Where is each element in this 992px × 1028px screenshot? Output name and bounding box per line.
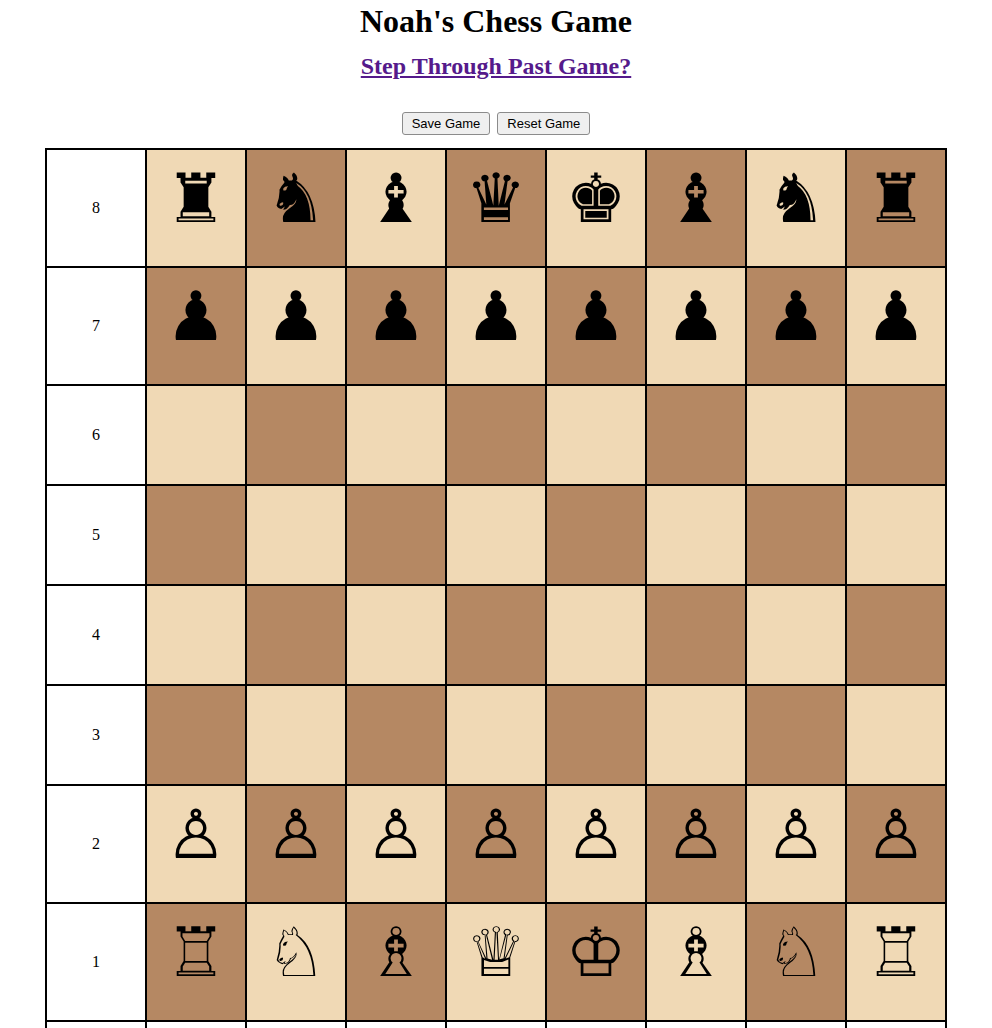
- square-b5[interactable]: [246, 485, 346, 585]
- piece-white-pawn[interactable]: ♙: [866, 795, 927, 874]
- square-d4[interactable]: [446, 585, 546, 685]
- square-c2[interactable]: ♙: [346, 785, 446, 903]
- square-g2[interactable]: ♙: [746, 785, 846, 903]
- piece-white-pawn[interactable]: ♙: [666, 795, 727, 874]
- square-c1[interactable]: ♗: [346, 903, 446, 1021]
- square-a2[interactable]: ♙: [146, 785, 246, 903]
- square-g1[interactable]: ♘: [746, 903, 846, 1021]
- piece-black-queen[interactable]: ♛: [466, 159, 527, 238]
- step-through-past-game-link[interactable]: Step Through Past Game?: [361, 53, 631, 79]
- square-h4[interactable]: [846, 585, 946, 685]
- page-header: Noah's Chess Game Step Through Past Game…: [0, 0, 992, 135]
- piece-black-pawn[interactable]: ♟: [266, 277, 327, 356]
- game-controls: Save Game Reset Game: [0, 112, 992, 135]
- square-e7[interactable]: ♟: [546, 267, 646, 385]
- square-d1[interactable]: ♕: [446, 903, 546, 1021]
- piece-white-king[interactable]: ♔: [566, 913, 627, 992]
- square-a5[interactable]: [146, 485, 246, 585]
- chess-board: 8♜♞♝♛♚♝♞♜7♟♟♟♟♟♟♟♟65432♙♙♙♙♙♙♙♙1♖♘♗♕♔♗♘♖…: [45, 148, 947, 1028]
- square-a8[interactable]: ♜: [146, 149, 246, 267]
- piece-white-knight[interactable]: ♘: [766, 913, 827, 992]
- piece-black-pawn[interactable]: ♟: [466, 277, 527, 356]
- piece-black-pawn[interactable]: ♟: [166, 277, 227, 356]
- square-b1[interactable]: ♘: [246, 903, 346, 1021]
- square-f6[interactable]: [646, 385, 746, 485]
- square-b7[interactable]: ♟: [246, 267, 346, 385]
- square-f5[interactable]: [646, 485, 746, 585]
- corner-cell: [46, 1021, 146, 1028]
- board-row-6: 6: [46, 385, 946, 485]
- square-d2[interactable]: ♙: [446, 785, 546, 903]
- piece-white-pawn[interactable]: ♙: [366, 795, 427, 874]
- rank-label-3: 3: [46, 685, 146, 785]
- square-b3[interactable]: [246, 685, 346, 785]
- piece-white-knight[interactable]: ♘: [266, 913, 327, 992]
- square-c3[interactable]: [346, 685, 446, 785]
- square-c5[interactable]: [346, 485, 446, 585]
- rank-label-1: 1: [46, 903, 146, 1021]
- piece-white-bishop[interactable]: ♗: [366, 913, 427, 992]
- file-label-b: B: [246, 1021, 346, 1028]
- piece-black-bishop[interactable]: ♝: [666, 159, 727, 238]
- piece-black-pawn[interactable]: ♟: [566, 277, 627, 356]
- square-c6[interactable]: [346, 385, 446, 485]
- rank-label-6: 6: [46, 385, 146, 485]
- reset-game-button[interactable]: Reset Game: [497, 112, 590, 135]
- square-e5[interactable]: [546, 485, 646, 585]
- rank-label-7: 7: [46, 267, 146, 385]
- file-label-h: H: [846, 1021, 946, 1028]
- square-e8[interactable]: ♚: [546, 149, 646, 267]
- square-c7[interactable]: ♟: [346, 267, 446, 385]
- piece-white-pawn[interactable]: ♙: [166, 795, 227, 874]
- square-e2[interactable]: ♙: [546, 785, 646, 903]
- save-game-button[interactable]: Save Game: [402, 112, 491, 135]
- file-label-g: G: [746, 1021, 846, 1028]
- piece-black-pawn[interactable]: ♟: [866, 277, 927, 356]
- piece-black-knight[interactable]: ♞: [766, 159, 827, 238]
- square-g7[interactable]: ♟: [746, 267, 846, 385]
- square-f8[interactable]: ♝: [646, 149, 746, 267]
- square-d7[interactable]: ♟: [446, 267, 546, 385]
- square-g5[interactable]: [746, 485, 846, 585]
- piece-white-queen[interactable]: ♕: [466, 913, 527, 992]
- square-g6[interactable]: [746, 385, 846, 485]
- square-a4[interactable]: [146, 585, 246, 685]
- piece-white-pawn[interactable]: ♙: [566, 795, 627, 874]
- piece-white-pawn[interactable]: ♙: [466, 795, 527, 874]
- square-f3[interactable]: [646, 685, 746, 785]
- square-g3[interactable]: [746, 685, 846, 785]
- square-h7[interactable]: ♟: [846, 267, 946, 385]
- file-label-e: E: [546, 1021, 646, 1028]
- square-e3[interactable]: [546, 685, 646, 785]
- square-a1[interactable]: ♖: [146, 903, 246, 1021]
- piece-black-bishop[interactable]: ♝: [366, 159, 427, 238]
- square-b4[interactable]: [246, 585, 346, 685]
- rank-label-5: 5: [46, 485, 146, 585]
- square-h1[interactable]: ♖: [846, 903, 946, 1021]
- file-label-a: A: [146, 1021, 246, 1028]
- square-d8[interactable]: ♛: [446, 149, 546, 267]
- file-label-d: D: [446, 1021, 546, 1028]
- piece-black-king[interactable]: ♚: [566, 159, 627, 238]
- piece-white-rook[interactable]: ♖: [166, 913, 227, 992]
- piece-white-bishop[interactable]: ♗: [666, 913, 727, 992]
- square-g8[interactable]: ♞: [746, 149, 846, 267]
- piece-white-rook[interactable]: ♖: [866, 913, 927, 992]
- board-row-1: 1♖♘♗♕♔♗♘♖: [46, 903, 946, 1021]
- chess-board-body: 8♜♞♝♛♚♝♞♜7♟♟♟♟♟♟♟♟65432♙♙♙♙♙♙♙♙1♖♘♗♕♔♗♘♖…: [46, 149, 946, 1028]
- page-title: Noah's Chess Game: [0, 0, 992, 40]
- rank-label-4: 4: [46, 585, 146, 685]
- subtitle: Step Through Past Game?: [0, 53, 992, 80]
- piece-black-pawn[interactable]: ♟: [366, 277, 427, 356]
- square-c4[interactable]: [346, 585, 446, 685]
- square-f4[interactable]: [646, 585, 746, 685]
- piece-black-rook[interactable]: ♜: [166, 159, 227, 238]
- square-h8[interactable]: ♜: [846, 149, 946, 267]
- board-row-3: 3: [46, 685, 946, 785]
- square-f2[interactable]: ♙: [646, 785, 746, 903]
- rank-label-8: 8: [46, 149, 146, 267]
- square-d6[interactable]: [446, 385, 546, 485]
- square-c8[interactable]: ♝: [346, 149, 446, 267]
- square-h2[interactable]: ♙: [846, 785, 946, 903]
- square-h3[interactable]: [846, 685, 946, 785]
- board-row-2: 2♙♙♙♙♙♙♙♙: [46, 785, 946, 903]
- piece-black-pawn[interactable]: ♟: [666, 277, 727, 356]
- board-row-7: 7♟♟♟♟♟♟♟♟: [46, 267, 946, 385]
- file-label-row: ABCDEFGH: [46, 1021, 946, 1028]
- square-b8[interactable]: ♞: [246, 149, 346, 267]
- square-a7[interactable]: ♟: [146, 267, 246, 385]
- square-f7[interactable]: ♟: [646, 267, 746, 385]
- piece-white-pawn[interactable]: ♙: [266, 795, 327, 874]
- board-row-5: 5: [46, 485, 946, 585]
- square-e1[interactable]: ♔: [546, 903, 646, 1021]
- square-h6[interactable]: [846, 385, 946, 485]
- square-a3[interactable]: [146, 685, 246, 785]
- square-f1[interactable]: ♗: [646, 903, 746, 1021]
- board-row-8: 8♜♞♝♛♚♝♞♜: [46, 149, 946, 267]
- square-d5[interactable]: [446, 485, 546, 585]
- square-b6[interactable]: [246, 385, 346, 485]
- file-label-c: C: [346, 1021, 446, 1028]
- piece-black-rook[interactable]: ♜: [866, 159, 927, 238]
- square-d3[interactable]: [446, 685, 546, 785]
- piece-black-knight[interactable]: ♞: [266, 159, 327, 238]
- file-label-f: F: [646, 1021, 746, 1028]
- piece-white-pawn[interactable]: ♙: [766, 795, 827, 874]
- square-h5[interactable]: [846, 485, 946, 585]
- square-g4[interactable]: [746, 585, 846, 685]
- square-e4[interactable]: [546, 585, 646, 685]
- square-a6[interactable]: [146, 385, 246, 485]
- square-e6[interactable]: [546, 385, 646, 485]
- rank-label-2: 2: [46, 785, 146, 903]
- piece-black-pawn[interactable]: ♟: [766, 277, 827, 356]
- board-row-4: 4: [46, 585, 946, 685]
- square-b2[interactable]: ♙: [246, 785, 346, 903]
